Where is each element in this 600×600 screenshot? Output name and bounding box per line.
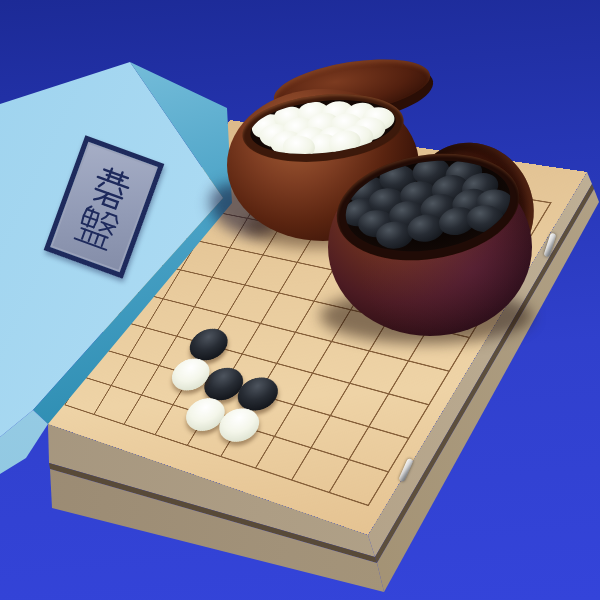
- product-photo-scene: 碁盤: [0, 0, 600, 600]
